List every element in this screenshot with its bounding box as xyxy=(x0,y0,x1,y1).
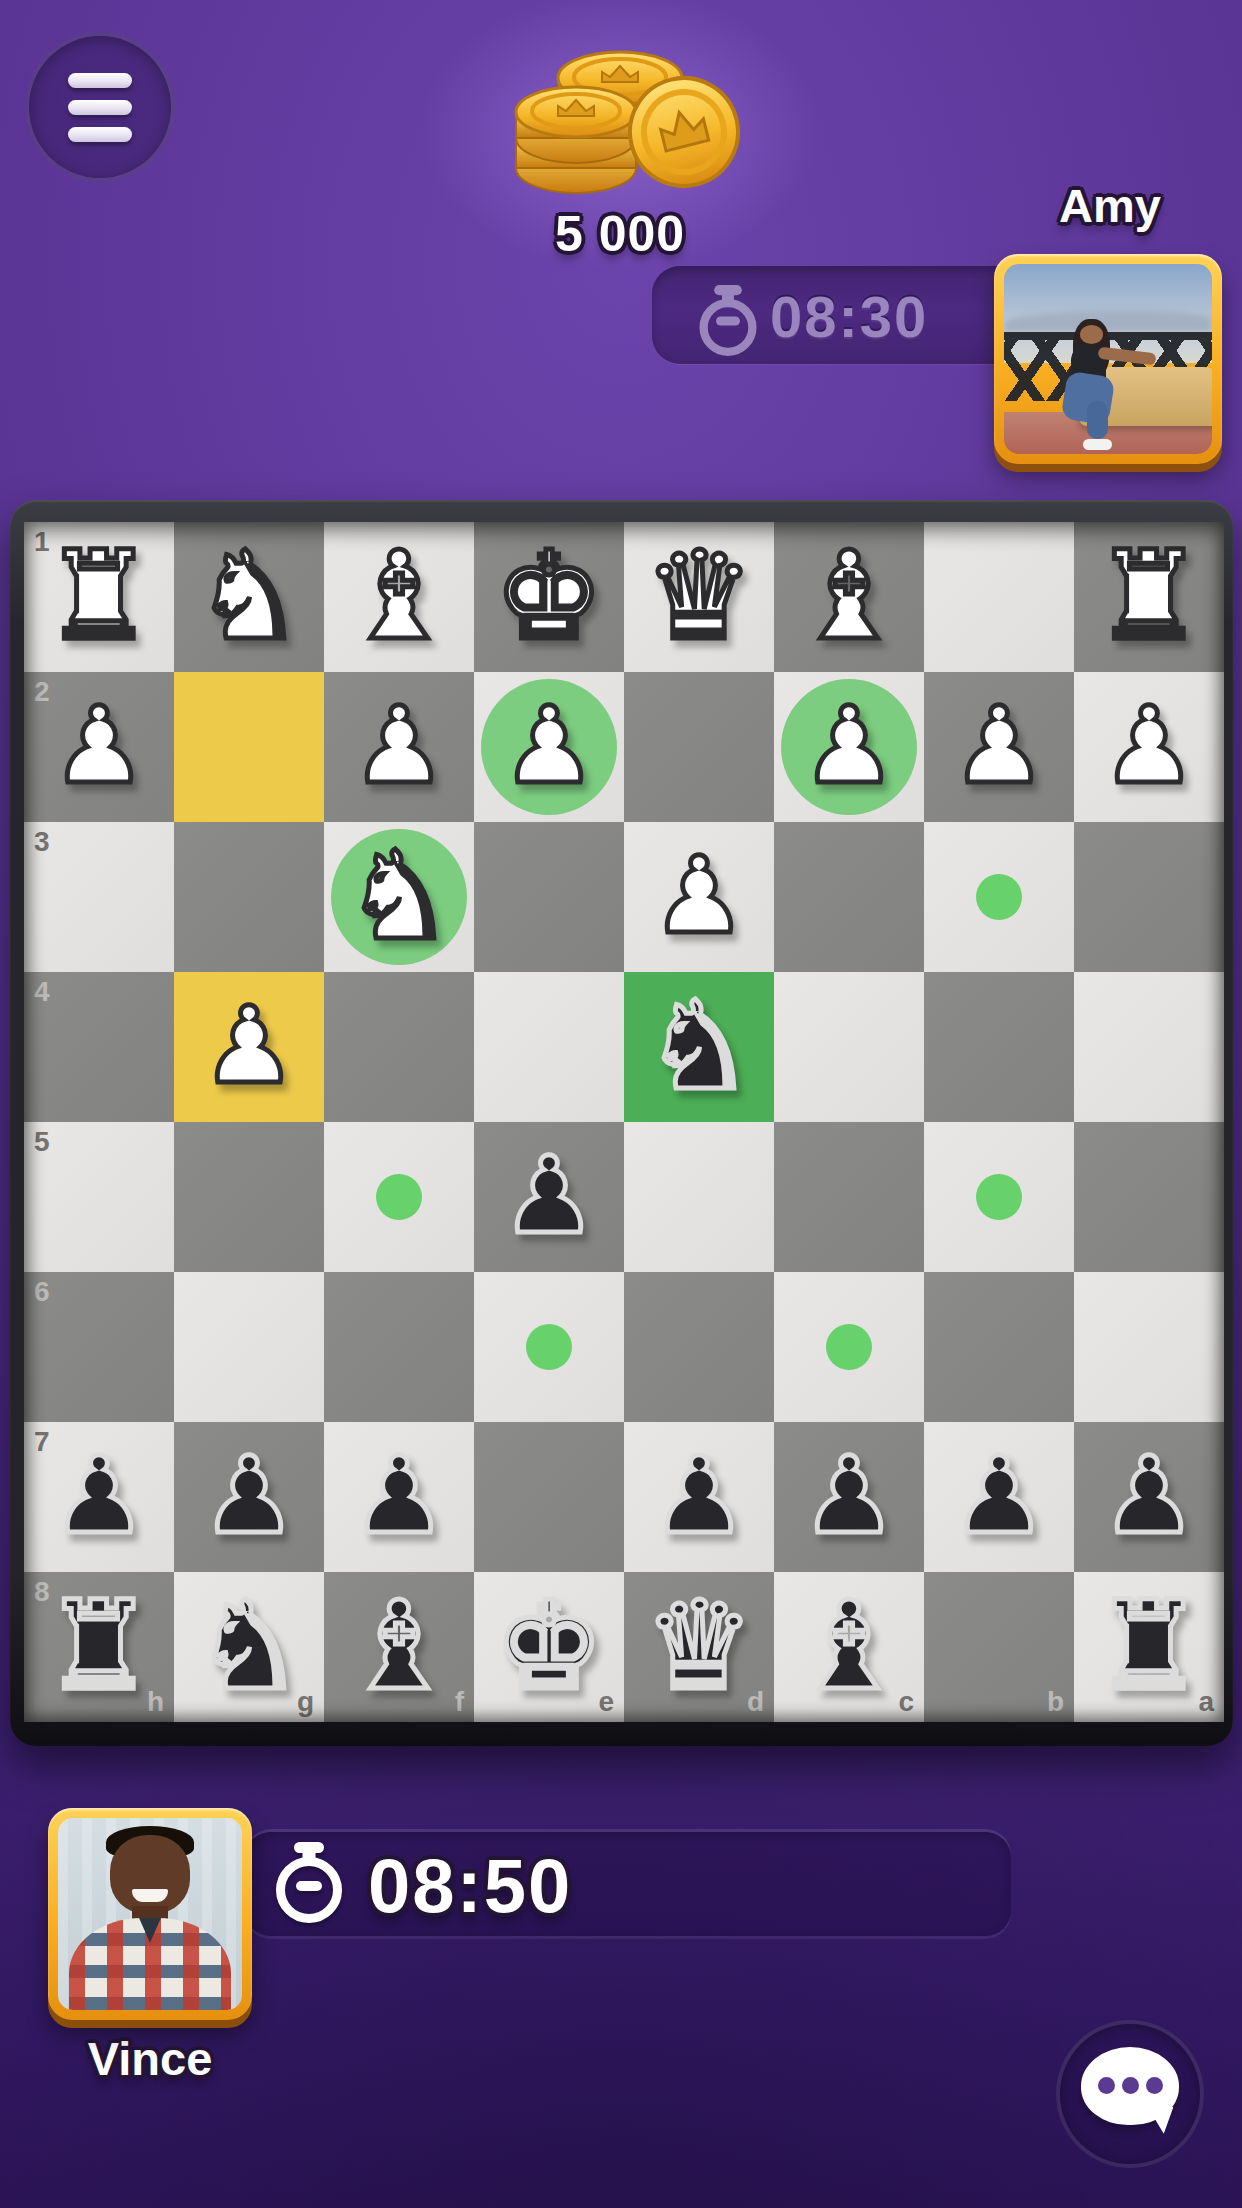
square-f3[interactable]: ♞ xyxy=(324,822,474,972)
square-a8[interactable]: a♜ xyxy=(1074,1572,1224,1722)
square-a5[interactable] xyxy=(1074,1122,1224,1272)
file-label-f: f xyxy=(455,1686,464,1718)
square-a3[interactable] xyxy=(1074,822,1224,972)
square-e8[interactable]: e♚ xyxy=(474,1572,624,1722)
square-f7[interactable]: ♟ xyxy=(324,1422,474,1572)
square-e4[interactable] xyxy=(474,972,624,1122)
square-b4[interactable] xyxy=(924,972,1074,1122)
square-b7[interactable]: ♟ xyxy=(924,1422,1074,1572)
file-label-g: g xyxy=(297,1686,314,1718)
opponent-clock: 08:30 xyxy=(770,286,980,348)
white-pawn: ♟ xyxy=(324,672,474,820)
square-d6[interactable] xyxy=(624,1272,774,1422)
legal-move-dot xyxy=(976,1174,1022,1220)
square-h6[interactable]: 6 xyxy=(24,1272,174,1422)
square-g1[interactable]: ♞ xyxy=(174,522,324,672)
board-grid: 1♜♞♝♚♛♝♜2♟♟♟♟♟♟3♞♟4♟♞5♟67♟♟♟♟♟♟♟8h♜g♞f♝e… xyxy=(24,522,1224,1722)
black-bishop: ♝ xyxy=(324,1572,474,1720)
file-label-b: b xyxy=(1047,1686,1064,1718)
black-pawn: ♟ xyxy=(924,1422,1074,1570)
white-king: ♚ xyxy=(474,522,624,670)
file-label-h: h xyxy=(147,1686,164,1718)
square-h5[interactable]: 5 xyxy=(24,1122,174,1272)
square-f5[interactable] xyxy=(324,1122,474,1272)
black-pawn: ♟ xyxy=(324,1422,474,1570)
square-g2[interactable] xyxy=(174,672,324,822)
square-h7[interactable]: 7♟ xyxy=(24,1422,174,1572)
chess-board: 1♜♞♝♚♛♝♜2♟♟♟♟♟♟3♞♟4♟♞5♟67♟♟♟♟♟♟♟8h♜g♞f♝e… xyxy=(10,500,1233,1746)
rank-label-3: 3 xyxy=(34,826,50,858)
square-d3[interactable]: ♟ xyxy=(624,822,774,972)
white-rook: ♜ xyxy=(1074,522,1224,670)
square-g4[interactable]: ♟ xyxy=(174,972,324,1122)
black-pawn: ♟ xyxy=(474,1122,624,1270)
square-e5[interactable]: ♟ xyxy=(474,1122,624,1272)
file-label-e: e xyxy=(598,1686,614,1718)
square-d8[interactable]: d♛ xyxy=(624,1572,774,1722)
black-knight: ♞ xyxy=(624,972,774,1120)
square-c4[interactable] xyxy=(774,972,924,1122)
player-stopwatch-icon xyxy=(272,1842,346,1930)
square-g6[interactable] xyxy=(174,1272,324,1422)
rank-label-4: 4 xyxy=(34,976,50,1008)
black-pawn: ♟ xyxy=(624,1422,774,1570)
square-d4[interactable]: ♞ xyxy=(624,972,774,1122)
white-queen: ♛ xyxy=(624,522,774,670)
black-pawn: ♟ xyxy=(174,1422,324,1570)
square-b8[interactable]: b xyxy=(924,1572,1074,1722)
square-a2[interactable]: ♟ xyxy=(1074,672,1224,822)
square-h4[interactable]: 4 xyxy=(24,972,174,1122)
square-b1[interactable] xyxy=(924,522,1074,672)
square-a1[interactable]: ♜ xyxy=(1074,522,1224,672)
square-e1[interactable]: ♚ xyxy=(474,522,624,672)
file-label-a: a xyxy=(1198,1686,1214,1718)
opponent-stopwatch-icon xyxy=(699,285,758,357)
square-c5[interactable] xyxy=(774,1122,924,1272)
opponent-name: Amy xyxy=(980,180,1240,232)
square-c1[interactable]: ♝ xyxy=(774,522,924,672)
white-knight: ♞ xyxy=(174,522,324,670)
player-photo xyxy=(58,1818,242,2010)
white-knight: ♞ xyxy=(324,822,474,970)
square-h1[interactable]: 1♜ xyxy=(24,522,174,672)
square-e6[interactable] xyxy=(474,1272,624,1422)
menu-button[interactable] xyxy=(25,32,175,182)
opponent-photo xyxy=(1004,264,1212,454)
player-avatar[interactable] xyxy=(48,1808,252,2020)
square-d5[interactable] xyxy=(624,1122,774,1272)
legal-move-dot xyxy=(376,1174,422,1220)
square-d1[interactable]: ♛ xyxy=(624,522,774,672)
square-c2[interactable]: ♟ xyxy=(774,672,924,822)
file-label-c: c xyxy=(898,1686,914,1718)
square-g3[interactable] xyxy=(174,822,324,972)
white-bishop: ♝ xyxy=(774,522,924,670)
square-a7[interactable]: ♟ xyxy=(1074,1422,1224,1572)
square-d2[interactable] xyxy=(624,672,774,822)
coin-stack-icon[interactable] xyxy=(498,16,742,200)
square-e2[interactable]: ♟ xyxy=(474,672,624,822)
rank-label-2: 2 xyxy=(34,676,50,708)
white-pawn: ♟ xyxy=(624,822,774,970)
square-f2[interactable]: ♟ xyxy=(324,672,474,822)
square-f1[interactable]: ♝ xyxy=(324,522,474,672)
chat-button[interactable] xyxy=(1056,2020,1204,2168)
square-g7[interactable]: ♟ xyxy=(174,1422,324,1572)
square-h2[interactable]: 2♟ xyxy=(24,672,174,822)
opponent-avatar[interactable] xyxy=(994,254,1222,464)
white-pawn: ♟ xyxy=(174,972,324,1120)
square-b3[interactable] xyxy=(924,822,1074,972)
white-pawn: ♟ xyxy=(1074,672,1224,820)
square-f4[interactable] xyxy=(324,972,474,1122)
rank-label-7: 7 xyxy=(34,1426,50,1458)
square-a6[interactable] xyxy=(1074,1272,1224,1422)
square-a4[interactable] xyxy=(1074,972,1224,1122)
square-c3[interactable] xyxy=(774,822,924,972)
square-b2[interactable]: ♟ xyxy=(924,672,1074,822)
square-f6[interactable] xyxy=(324,1272,474,1422)
square-h3[interactable]: 3 xyxy=(24,822,174,972)
square-f8[interactable]: f♝ xyxy=(324,1572,474,1722)
legal-move-dot xyxy=(526,1324,572,1370)
file-label-d: d xyxy=(747,1686,764,1718)
black-pawn: ♟ xyxy=(774,1422,924,1570)
player-clock: 08:50 xyxy=(368,1846,668,1926)
square-c6[interactable] xyxy=(774,1272,924,1422)
coin-balance: 5 000 xyxy=(440,206,800,262)
white-pawn: ♟ xyxy=(474,672,624,820)
square-h8[interactable]: 8h♜ xyxy=(24,1572,174,1722)
square-c8[interactable]: c♝ xyxy=(774,1572,924,1722)
player-name: Vince xyxy=(20,2032,280,2086)
square-g8[interactable]: g♞ xyxy=(174,1572,324,1722)
rank-label-1: 1 xyxy=(34,526,50,558)
white-pawn: ♟ xyxy=(924,672,1074,820)
legal-move-dot xyxy=(826,1324,872,1370)
white-pawn: ♟ xyxy=(774,672,924,820)
black-pawn: ♟ xyxy=(1074,1422,1224,1570)
square-c7[interactable]: ♟ xyxy=(774,1422,924,1572)
square-d7[interactable]: ♟ xyxy=(624,1422,774,1572)
square-b6[interactable] xyxy=(924,1272,1074,1422)
square-e7[interactable] xyxy=(474,1422,624,1572)
rank-label-6: 6 xyxy=(34,1276,50,1308)
square-e3[interactable] xyxy=(474,822,624,972)
square-b5[interactable] xyxy=(924,1122,1074,1272)
chat-icon xyxy=(1081,2047,1179,2125)
legal-move-dot xyxy=(976,874,1022,920)
rank-label-5: 5 xyxy=(34,1126,50,1158)
rank-label-8: 8 xyxy=(34,1576,50,1608)
white-bishop: ♝ xyxy=(324,522,474,670)
square-g5[interactable] xyxy=(174,1122,324,1272)
